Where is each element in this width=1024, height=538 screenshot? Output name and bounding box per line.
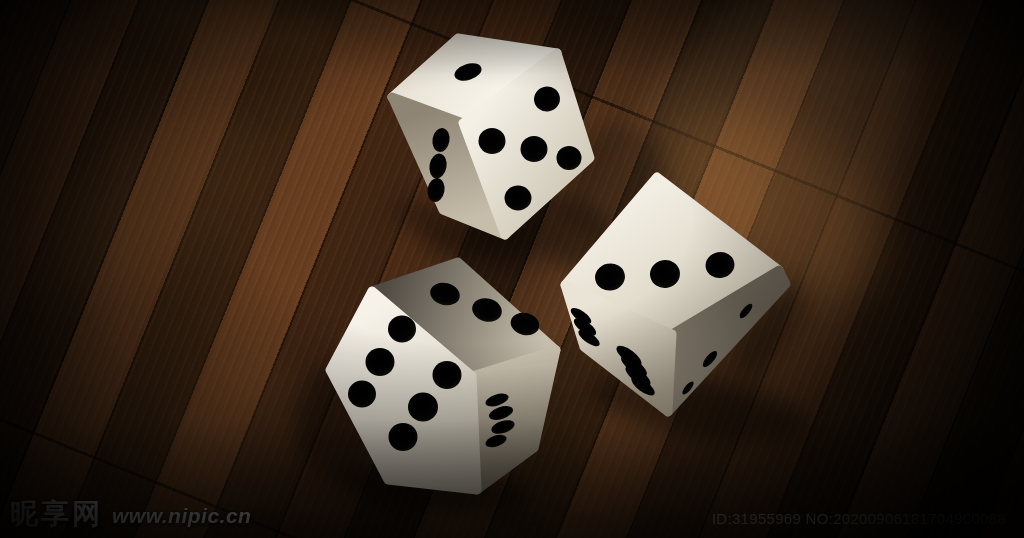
- photo-scene: 昵享网 www.nipic.cn ID:31955969 NO:20200906…: [0, 0, 1024, 538]
- vignette-overlay: [0, 0, 1024, 538]
